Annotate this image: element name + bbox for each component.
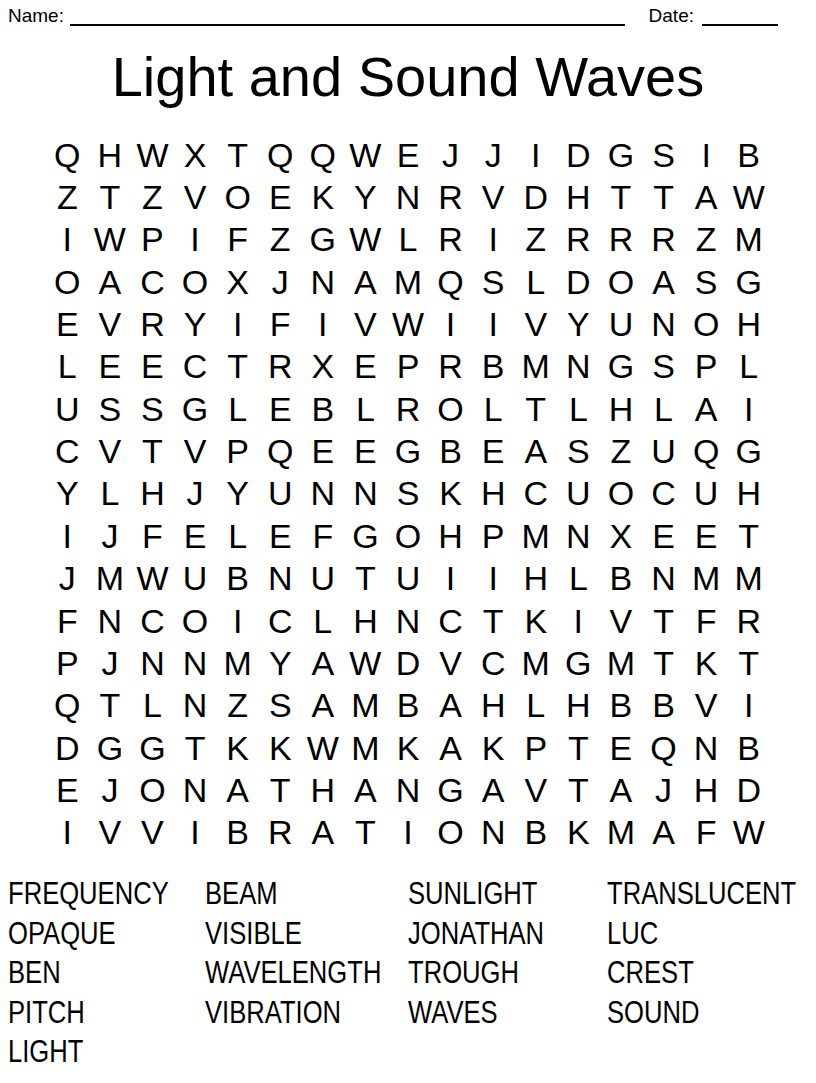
grid-cell-17-6[interactable]: R: [259, 812, 302, 854]
grid-cell-14-2[interactable]: T: [89, 685, 132, 727]
grid-cell-15-14[interactable]: E: [600, 727, 643, 769]
grid-cell-13-5[interactable]: M: [216, 642, 259, 684]
grid-cell-15-12[interactable]: P: [514, 727, 557, 769]
grid-cell-1-2[interactable]: H: [89, 134, 132, 176]
grid-cell-5-10[interactable]: I: [429, 303, 472, 345]
grid-cell-16-6[interactable]: T: [259, 769, 302, 811]
grid-cell-7-9[interactable]: R: [387, 388, 430, 430]
grid-cell-5-13[interactable]: Y: [557, 303, 600, 345]
grid-cell-10-4[interactable]: E: [174, 515, 217, 557]
grid-cell-4-5[interactable]: X: [216, 261, 259, 303]
grid-cell-3-7[interactable]: G: [302, 219, 345, 261]
grid-cell-8-11[interactable]: E: [472, 430, 515, 472]
grid-cell-11-10[interactable]: I: [429, 558, 472, 600]
grid-cell-14-5[interactable]: Z: [216, 685, 259, 727]
grid-cell-6-14[interactable]: G: [600, 346, 643, 388]
grid-cell-8-3[interactable]: T: [131, 430, 174, 472]
grid-cell-12-13[interactable]: I: [557, 600, 600, 642]
grid-cell-17-9[interactable]: I: [387, 812, 430, 854]
grid-cell-11-14[interactable]: B: [600, 558, 643, 600]
grid-cell-4-12[interactable]: L: [514, 261, 557, 303]
grid-cell-16-17[interactable]: D: [727, 769, 770, 811]
grid-cell-6-15[interactable]: S: [642, 346, 685, 388]
grid-cell-16-12[interactable]: V: [514, 769, 557, 811]
grid-cell-8-7[interactable]: E: [302, 430, 345, 472]
grid-cell-10-3[interactable]: F: [131, 515, 174, 557]
grid-cell-10-13[interactable]: N: [557, 515, 600, 557]
grid-cell-15-8[interactable]: M: [344, 727, 387, 769]
grid-cell-13-6[interactable]: Y: [259, 642, 302, 684]
grid-cell-9-6[interactable]: U: [259, 473, 302, 515]
grid-cell-10-9[interactable]: O: [387, 515, 430, 557]
grid-cell-15-6[interactable]: K: [259, 727, 302, 769]
grid-cell-13-12[interactable]: M: [514, 642, 557, 684]
grid-cell-15-16[interactable]: N: [685, 727, 728, 769]
grid-cell-2-15[interactable]: T: [642, 176, 685, 218]
grid-cell-13-7[interactable]: A: [302, 642, 345, 684]
grid-cell-16-8[interactable]: A: [344, 769, 387, 811]
grid-cell-3-13[interactable]: R: [557, 219, 600, 261]
grid-cell-7-3[interactable]: S: [131, 388, 174, 430]
grid-cell-8-10[interactable]: B: [429, 430, 472, 472]
grid-cell-11-5[interactable]: B: [216, 558, 259, 600]
grid-cell-1-3[interactable]: W: [131, 134, 174, 176]
word-list-item: PITCH: [8, 993, 205, 1033]
grid-cell-1-15[interactable]: S: [642, 134, 685, 176]
grid-cell-14-4[interactable]: N: [174, 685, 217, 727]
grid-cell-6-12[interactable]: M: [514, 346, 557, 388]
grid-cell-4-8[interactable]: A: [344, 261, 387, 303]
grid-cell-17-10[interactable]: O: [429, 812, 472, 854]
grid-cell-7-15[interactable]: L: [642, 388, 685, 430]
grid-cell-9-4[interactable]: J: [174, 473, 217, 515]
grid-cell-5-16[interactable]: O: [685, 303, 728, 345]
grid-cell-16-3[interactable]: O: [131, 769, 174, 811]
grid-cell-15-4[interactable]: T: [174, 727, 217, 769]
grid-cell-17-14[interactable]: M: [600, 812, 643, 854]
grid-cell-9-9[interactable]: S: [387, 473, 430, 515]
grid-cell-1-4[interactable]: X: [174, 134, 217, 176]
grid-cell-2-6[interactable]: E: [259, 176, 302, 218]
grid-cell-9-5[interactable]: Y: [216, 473, 259, 515]
grid-cell-6-9[interactable]: P: [387, 346, 430, 388]
grid-cell-10-15[interactable]: E: [642, 515, 685, 557]
date-blank-line[interactable]: [702, 6, 778, 26]
grid-cell-7-14[interactable]: H: [600, 388, 643, 430]
grid-cell-7-4[interactable]: G: [174, 388, 217, 430]
grid-cell-15-7[interactable]: W: [302, 727, 345, 769]
grid-cell-1-1[interactable]: Q: [46, 134, 89, 176]
grid-cell-11-17[interactable]: M: [727, 558, 770, 600]
grid-cell-15-1[interactable]: D: [46, 727, 89, 769]
grid-cell-8-16[interactable]: Q: [685, 430, 728, 472]
grid-cell-14-1[interactable]: Q: [46, 685, 89, 727]
grid-cell-1-7[interactable]: Q: [302, 134, 345, 176]
grid-cell-11-16[interactable]: M: [685, 558, 728, 600]
grid-cell-9-7[interactable]: N: [302, 473, 345, 515]
grid-cell-1-17[interactable]: B: [727, 134, 770, 176]
grid-cell-12-11[interactable]: T: [472, 600, 515, 642]
grid-cell-16-10[interactable]: G: [429, 769, 472, 811]
grid-cell-17-11[interactable]: N: [472, 812, 515, 854]
grid-cell-7-10[interactable]: O: [429, 388, 472, 430]
grid-cell-14-17[interactable]: I: [727, 685, 770, 727]
grid-cell-5-3[interactable]: R: [131, 303, 174, 345]
grid-cell-4-1[interactable]: O: [46, 261, 89, 303]
grid-cell-16-13[interactable]: T: [557, 769, 600, 811]
grid-cell-8-2[interactable]: V: [89, 430, 132, 472]
grid-cell-4-6[interactable]: J: [259, 261, 302, 303]
grid-cell-10-5[interactable]: L: [216, 515, 259, 557]
grid-cell-14-12[interactable]: L: [514, 685, 557, 727]
grid-cell-6-5[interactable]: T: [216, 346, 259, 388]
grid-cell-9-16[interactable]: U: [685, 473, 728, 515]
grid-cell-13-10[interactable]: V: [429, 642, 472, 684]
grid-cell-2-4[interactable]: V: [174, 176, 217, 218]
grid-cell-8-12[interactable]: A: [514, 430, 557, 472]
grid-cell-5-2[interactable]: V: [89, 303, 132, 345]
grid-cell-8-17[interactable]: G: [727, 430, 770, 472]
grid-cell-6-11[interactable]: B: [472, 346, 515, 388]
grid-cell-13-13[interactable]: G: [557, 642, 600, 684]
grid-cell-5-8[interactable]: V: [344, 303, 387, 345]
grid-cell-13-2[interactable]: J: [89, 642, 132, 684]
grid-cell-6-6[interactable]: R: [259, 346, 302, 388]
grid-cell-6-7[interactable]: X: [302, 346, 345, 388]
grid-cell-15-3[interactable]: G: [131, 727, 174, 769]
grid-cell-12-3[interactable]: C: [131, 600, 174, 642]
grid-cell-16-16[interactable]: H: [685, 769, 728, 811]
grid-cell-7-13[interactable]: L: [557, 388, 600, 430]
grid-cell-7-5[interactable]: L: [216, 388, 259, 430]
grid-cell-4-11[interactable]: S: [472, 261, 515, 303]
grid-cell-7-6[interactable]: E: [259, 388, 302, 430]
grid-cell-17-1[interactable]: I: [46, 812, 89, 854]
grid-cell-10-8[interactable]: G: [344, 515, 387, 557]
grid-cell-11-1[interactable]: J: [46, 558, 89, 600]
grid-cell-13-8[interactable]: W: [344, 642, 387, 684]
grid-cell-10-12[interactable]: M: [514, 515, 557, 557]
grid-cell-1-10[interactable]: J: [429, 134, 472, 176]
grid-cell-11-13[interactable]: L: [557, 558, 600, 600]
grid-cell-8-14[interactable]: Z: [600, 430, 643, 472]
grid-cell-10-1[interactable]: I: [46, 515, 89, 557]
grid-cell-13-15[interactable]: T: [642, 642, 685, 684]
grid-cell-12-10[interactable]: C: [429, 600, 472, 642]
grid-cell-4-15[interactable]: A: [642, 261, 685, 303]
grid-cell-13-16[interactable]: K: [685, 642, 728, 684]
grid-cell-11-8[interactable]: T: [344, 558, 387, 600]
grid-cell-11-7[interactable]: U: [302, 558, 345, 600]
grid-cell-14-13[interactable]: H: [557, 685, 600, 727]
grid-cell-16-5[interactable]: A: [216, 769, 259, 811]
grid-cell-6-4[interactable]: C: [174, 346, 217, 388]
word-list-column-4: TRANSLUCENTLUCCRESTSOUND: [607, 874, 816, 1072]
grid-cell-14-3[interactable]: L: [131, 685, 174, 727]
grid-cell-7-8[interactable]: L: [344, 388, 387, 430]
grid-cell-12-2[interactable]: N: [89, 600, 132, 642]
grid-cell-5-9[interactable]: W: [387, 303, 430, 345]
grid-cell-3-12[interactable]: Z: [514, 219, 557, 261]
grid-cell-2-9[interactable]: N: [387, 176, 430, 218]
grid-cell-1-16[interactable]: I: [685, 134, 728, 176]
grid-cell-12-1[interactable]: F: [46, 600, 89, 642]
grid-cell-14-9[interactable]: B: [387, 685, 430, 727]
grid-cell-16-4[interactable]: N: [174, 769, 217, 811]
grid-cell-2-10[interactable]: R: [429, 176, 472, 218]
grid-cell-1-6[interactable]: Q: [259, 134, 302, 176]
grid-cell-9-1[interactable]: Y: [46, 473, 89, 515]
grid-cell-14-7[interactable]: A: [302, 685, 345, 727]
grid-cell-4-17[interactable]: G: [727, 261, 770, 303]
grid-cell-4-16[interactable]: S: [685, 261, 728, 303]
grid-cell-17-17[interactable]: W: [727, 812, 770, 854]
grid-cell-14-6[interactable]: S: [259, 685, 302, 727]
grid-cell-4-13[interactable]: D: [557, 261, 600, 303]
grid-cell-5-7[interactable]: I: [302, 303, 345, 345]
grid-cell-16-7[interactable]: H: [302, 769, 345, 811]
grid-cell-3-15[interactable]: R: [642, 219, 685, 261]
grid-cell-6-13[interactable]: N: [557, 346, 600, 388]
grid-cell-6-16[interactable]: P: [685, 346, 728, 388]
grid-cell-1-14[interactable]: G: [600, 134, 643, 176]
grid-cell-17-4[interactable]: I: [174, 812, 217, 854]
grid-cell-11-11[interactable]: I: [472, 558, 515, 600]
grid-cell-1-13[interactable]: D: [557, 134, 600, 176]
grid-cell-5-4[interactable]: Y: [174, 303, 217, 345]
grid-cell-1-8[interactable]: W: [344, 134, 387, 176]
grid-cell-7-1[interactable]: U: [46, 388, 89, 430]
grid-cell-11-3[interactable]: W: [131, 558, 174, 600]
grid-cell-9-15[interactable]: C: [642, 473, 685, 515]
grid-cell-16-9[interactable]: N: [387, 769, 430, 811]
grid-cell-12-17[interactable]: R: [727, 600, 770, 642]
grid-cell-3-17[interactable]: M: [727, 219, 770, 261]
grid-cell-12-6[interactable]: C: [259, 600, 302, 642]
grid-cell-10-10[interactable]: H: [429, 515, 472, 557]
grid-cell-5-15[interactable]: N: [642, 303, 685, 345]
grid-cell-9-17[interactable]: H: [727, 473, 770, 515]
grid-cell-6-10[interactable]: R: [429, 346, 472, 388]
grid-cell-16-14[interactable]: A: [600, 769, 643, 811]
grid-cell-12-5[interactable]: I: [216, 600, 259, 642]
header-bar: Name: Date:: [8, 5, 778, 27]
grid-cell-7-16[interactable]: A: [685, 388, 728, 430]
grid-cell-3-4[interactable]: I: [174, 219, 217, 261]
grid-cell-11-2[interactable]: M: [89, 558, 132, 600]
grid-cell-12-16[interactable]: F: [685, 600, 728, 642]
grid-cell-1-9[interactable]: E: [387, 134, 430, 176]
grid-cell-10-14[interactable]: X: [600, 515, 643, 557]
grid-cell-2-11[interactable]: V: [472, 176, 515, 218]
grid-cell-4-7[interactable]: N: [302, 261, 345, 303]
grid-cell-12-14[interactable]: V: [600, 600, 643, 642]
grid-cell-10-16[interactable]: E: [685, 515, 728, 557]
grid-cell-11-12[interactable]: H: [514, 558, 557, 600]
grid-cell-7-7[interactable]: B: [302, 388, 345, 430]
grid-cell-14-14[interactable]: B: [600, 685, 643, 727]
grid-cell-4-2[interactable]: A: [89, 261, 132, 303]
word-list-item: LIGHT: [8, 1032, 205, 1072]
grid-cell-5-5[interactable]: I: [216, 303, 259, 345]
grid-cell-16-2[interactable]: J: [89, 769, 132, 811]
grid-cell-3-11[interactable]: I: [472, 219, 515, 261]
grid-cell-5-1[interactable]: E: [46, 303, 89, 345]
grid-cell-8-15[interactable]: U: [642, 430, 685, 472]
grid-cell-8-6[interactable]: Q: [259, 430, 302, 472]
grid-cell-8-1[interactable]: C: [46, 430, 89, 472]
grid-cell-15-11[interactable]: K: [472, 727, 515, 769]
grid-cell-15-5[interactable]: K: [216, 727, 259, 769]
page-title: Light and Sound Waves: [0, 44, 816, 109]
grid-cell-9-2[interactable]: L: [89, 473, 132, 515]
grid-cell-2-5[interactable]: O: [216, 176, 259, 218]
grid-cell-9-11[interactable]: H: [472, 473, 515, 515]
grid-cell-4-10[interactable]: Q: [429, 261, 472, 303]
grid-cell-3-6[interactable]: Z: [259, 219, 302, 261]
grid-cell-2-3[interactable]: Z: [131, 176, 174, 218]
grid-cell-6-17[interactable]: L: [727, 346, 770, 388]
grid-cell-5-12[interactable]: V: [514, 303, 557, 345]
grid-cell-8-13[interactable]: S: [557, 430, 600, 472]
grid-cell-7-2[interactable]: S: [89, 388, 132, 430]
grid-cell-16-15[interactable]: J: [642, 769, 685, 811]
grid-cell-15-9[interactable]: K: [387, 727, 430, 769]
grid-cell-10-11[interactable]: P: [472, 515, 515, 557]
grid-cell-11-15[interactable]: N: [642, 558, 685, 600]
grid-cell-9-14[interactable]: O: [600, 473, 643, 515]
grid-cell-7-12[interactable]: T: [514, 388, 557, 430]
grid-cell-10-17[interactable]: T: [727, 515, 770, 557]
grid-cell-9-12[interactable]: C: [514, 473, 557, 515]
grid-cell-12-12[interactable]: K: [514, 600, 557, 642]
grid-cell-2-12[interactable]: D: [514, 176, 557, 218]
grid-cell-12-9[interactable]: N: [387, 600, 430, 642]
name-blank-line[interactable]: [70, 6, 625, 26]
grid-cell-17-8[interactable]: T: [344, 812, 387, 854]
grid-cell-13-1[interactable]: P: [46, 642, 89, 684]
grid-cell-11-4[interactable]: U: [174, 558, 217, 600]
grid-cell-13-11[interactable]: C: [472, 642, 515, 684]
grid-cell-13-14[interactable]: M: [600, 642, 643, 684]
grid-cell-17-3[interactable]: V: [131, 812, 174, 854]
date-label: Date:: [649, 5, 694, 27]
grid-cell-8-9[interactable]: G: [387, 430, 430, 472]
worksheet-page: Name: Date: Light and Sound Waves QHWXTQ…: [0, 0, 816, 1083]
grid-cell-7-17[interactable]: I: [727, 388, 770, 430]
grid-cell-14-15[interactable]: B: [642, 685, 685, 727]
grid-cell-4-4[interactable]: O: [174, 261, 217, 303]
grid-cell-15-2[interactable]: G: [89, 727, 132, 769]
grid-cell-7-11[interactable]: L: [472, 388, 515, 430]
grid-cell-10-6[interactable]: E: [259, 515, 302, 557]
grid-cell-17-16[interactable]: F: [685, 812, 728, 854]
grid-cell-3-8[interactable]: W: [344, 219, 387, 261]
grid-cell-13-9[interactable]: D: [387, 642, 430, 684]
grid-cell-3-1[interactable]: I: [46, 219, 89, 261]
word-list-item: CREST: [607, 953, 816, 993]
grid-cell-17-7[interactable]: A: [302, 812, 345, 854]
grid-cell-8-5[interactable]: P: [216, 430, 259, 472]
grid-cell-17-12[interactable]: B: [514, 812, 557, 854]
grid-cell-1-12[interactable]: I: [514, 134, 557, 176]
grid-cell-5-17[interactable]: H: [727, 303, 770, 345]
grid-cell-15-13[interactable]: T: [557, 727, 600, 769]
grid-cell-3-10[interactable]: R: [429, 219, 472, 261]
grid-cell-3-9[interactable]: L: [387, 219, 430, 261]
grid-cell-13-17[interactable]: T: [727, 642, 770, 684]
grid-cell-9-8[interactable]: N: [344, 473, 387, 515]
grid-cell-2-16[interactable]: A: [685, 176, 728, 218]
grid-cell-3-3[interactable]: P: [131, 219, 174, 261]
grid-cell-2-1[interactable]: Z: [46, 176, 89, 218]
grid-cell-5-6[interactable]: F: [259, 303, 302, 345]
grid-cell-3-16[interactable]: Z: [685, 219, 728, 261]
word-list-column-1: FREQUENCYOPAQUEBENPITCHLIGHT: [8, 874, 205, 1072]
grid-cell-6-1[interactable]: L: [46, 346, 89, 388]
grid-cell-14-10[interactable]: A: [429, 685, 472, 727]
grid-cell-9-13[interactable]: U: [557, 473, 600, 515]
grid-cell-8-4[interactable]: V: [174, 430, 217, 472]
grid-cell-6-8[interactable]: E: [344, 346, 387, 388]
grid-cell-11-9[interactable]: U: [387, 558, 430, 600]
grid-cell-2-7[interactable]: K: [302, 176, 345, 218]
grid-cell-17-13[interactable]: K: [557, 812, 600, 854]
grid-cell-10-2[interactable]: J: [89, 515, 132, 557]
grid-cell-13-4[interactable]: N: [174, 642, 217, 684]
grid-cell-9-3[interactable]: H: [131, 473, 174, 515]
grid-cell-17-2[interactable]: V: [89, 812, 132, 854]
grid-cell-2-13[interactable]: H: [557, 176, 600, 218]
grid-cell-14-8[interactable]: M: [344, 685, 387, 727]
grid-cell-6-3[interactable]: E: [131, 346, 174, 388]
grid-cell-5-14[interactable]: U: [600, 303, 643, 345]
grid-cell-3-14[interactable]: R: [600, 219, 643, 261]
grid-cell-16-11[interactable]: A: [472, 769, 515, 811]
grid-cell-2-14[interactable]: T: [600, 176, 643, 218]
grid-cell-15-15[interactable]: Q: [642, 727, 685, 769]
grid-cell-12-7[interactable]: L: [302, 600, 345, 642]
grid-cell-12-8[interactable]: H: [344, 600, 387, 642]
grid-cell-5-11[interactable]: I: [472, 303, 515, 345]
grid-cell-12-4[interactable]: O: [174, 600, 217, 642]
grid-cell-4-3[interactable]: C: [131, 261, 174, 303]
grid-cell-10-7[interactable]: F: [302, 515, 345, 557]
grid-cell-2-2[interactable]: T: [89, 176, 132, 218]
grid-cell-1-11[interactable]: J: [472, 134, 515, 176]
grid-cell-8-8[interactable]: E: [344, 430, 387, 472]
grid-cell-15-17[interactable]: B: [727, 727, 770, 769]
grid-cell-4-9[interactable]: M: [387, 261, 430, 303]
grid-cell-11-6[interactable]: N: [259, 558, 302, 600]
grid-cell-17-15[interactable]: A: [642, 812, 685, 854]
grid-cell-12-15[interactable]: T: [642, 600, 685, 642]
grid-cell-17-5[interactable]: B: [216, 812, 259, 854]
grid-cell-2-17[interactable]: W: [727, 176, 770, 218]
grid-cell-3-5[interactable]: F: [216, 219, 259, 261]
grid-cell-6-2[interactable]: E: [89, 346, 132, 388]
grid-cell-9-10[interactable]: K: [429, 473, 472, 515]
grid-cell-14-11[interactable]: H: [472, 685, 515, 727]
grid-cell-3-2[interactable]: W: [89, 219, 132, 261]
grid-cell-2-8[interactable]: Y: [344, 176, 387, 218]
grid-cell-1-5[interactable]: T: [216, 134, 259, 176]
grid-cell-4-14[interactable]: O: [600, 261, 643, 303]
grid-cell-13-3[interactable]: N: [131, 642, 174, 684]
grid-cell-14-16[interactable]: V: [685, 685, 728, 727]
grid-cell-15-10[interactable]: A: [429, 727, 472, 769]
grid-cell-16-1[interactable]: E: [46, 769, 89, 811]
